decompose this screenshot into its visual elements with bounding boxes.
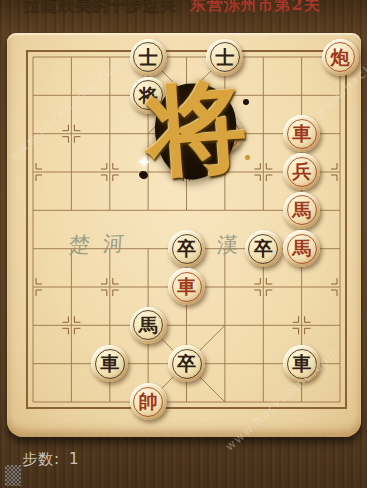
piece-glyph: 馬 xyxy=(292,201,311,220)
piece-glyph: 馬 xyxy=(139,316,158,335)
qr-artifact xyxy=(5,465,21,486)
piece-red-horse[interactable]: 馬 xyxy=(283,230,320,267)
piece-black-chariot[interactable]: 車 xyxy=(283,345,320,382)
move-counter-value: 1 xyxy=(69,450,80,468)
piece-glyph: 卒 xyxy=(254,239,273,258)
banner-title-dark: 拉随欣美的十步迷关 xyxy=(24,0,177,14)
piece-glyph: 馬 xyxy=(292,239,311,258)
check-animation: 将 xyxy=(149,78,242,183)
check-text: 将 xyxy=(143,75,250,182)
river-label-left: 楚河 xyxy=(68,229,138,259)
piece-glyph: 車 xyxy=(292,354,311,373)
piece-glyph: 卒 xyxy=(177,354,196,373)
piece-black-soldier[interactable]: 卒 xyxy=(245,230,282,267)
piece-black-soldier[interactable]: 卒 xyxy=(168,345,205,382)
sparkle-icon: ✦ xyxy=(137,154,151,171)
piece-glyph: 士 xyxy=(139,48,158,67)
piece-glyph: 兵 xyxy=(292,162,311,181)
piece-black-advisor[interactable]: 士 xyxy=(130,39,167,76)
piece-red-cannon[interactable]: 炮 xyxy=(322,39,359,76)
piece-glyph: 帥 xyxy=(139,392,158,411)
piece-red-horse[interactable]: 馬 xyxy=(283,192,320,229)
piece-glyph: 車 xyxy=(177,277,196,296)
move-counter-label: 步数: xyxy=(22,450,60,468)
piece-red-chariot[interactable]: 車 xyxy=(283,115,320,152)
piece-glyph: 炮 xyxy=(331,48,350,67)
piece-glyph: 車 xyxy=(100,354,119,373)
piece-glyph: 卒 xyxy=(177,239,196,258)
bottom-bar: 步数:1 xyxy=(0,437,367,488)
piece-red-general[interactable]: 帥 xyxy=(130,383,167,420)
piece-glyph: 車 xyxy=(292,124,311,143)
move-counter: 步数:1 xyxy=(22,450,80,469)
piece-black-horse[interactable]: 馬 xyxy=(130,307,167,344)
top-banner: 拉随欣美的十步迷关 东营泺州市第2关 xyxy=(24,0,321,16)
piece-black-soldier[interactable]: 卒 xyxy=(168,230,205,267)
banner-title-red: 东营泺州市第2关 xyxy=(190,0,321,14)
piece-glyph: 士 xyxy=(215,48,234,67)
board-panel: 楚河 漢界 士士炮将馬車兵馬卒卒馬車馬車卒車帥 将 ✦ xyxy=(7,33,361,437)
ink-splash-dot xyxy=(245,155,250,160)
app-screen: 拉随欣美的十步迷关 东营泺州市第2关 楚河 漢界 士士炮将馬車兵馬卒卒馬車馬車卒… xyxy=(0,0,367,488)
ink-splash-dot xyxy=(243,99,249,105)
